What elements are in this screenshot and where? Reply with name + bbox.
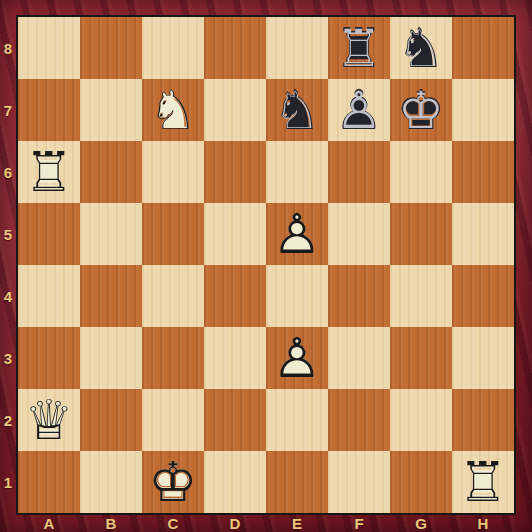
square-e3[interactable]: ♟♙	[266, 327, 328, 389]
piece-white-rook[interactable]: ♜♖	[452, 451, 514, 513]
rank-label-6: 6	[0, 141, 16, 203]
rank-label-2: 2	[0, 389, 16, 451]
rank-label-8: 8	[0, 17, 16, 79]
piece-white-queen[interactable]: ♛♕	[18, 389, 80, 451]
square-a2[interactable]: ♛♕	[18, 389, 80, 451]
file-label-c: C	[142, 515, 204, 532]
square-f4[interactable]	[328, 265, 390, 327]
square-g3[interactable]	[390, 327, 452, 389]
square-c5[interactable]	[142, 203, 204, 265]
square-d1[interactable]	[204, 451, 266, 513]
square-c4[interactable]	[142, 265, 204, 327]
file-label-d: D	[204, 515, 266, 532]
rank-label-1: 1	[0, 451, 16, 513]
square-h7[interactable]	[452, 79, 514, 141]
square-c1[interactable]: ♚♔	[142, 451, 204, 513]
square-d7[interactable]	[204, 79, 266, 141]
piece-white-knight[interactable]: ♞♘	[142, 79, 204, 141]
square-d8[interactable]	[204, 17, 266, 79]
square-e5[interactable]: ♟♙	[266, 203, 328, 265]
square-g5[interactable]	[390, 203, 452, 265]
square-g1[interactable]	[390, 451, 452, 513]
file-label-a: A	[18, 515, 80, 532]
piece-white-pawn[interactable]: ♟♙	[266, 327, 328, 389]
square-a7[interactable]	[18, 79, 80, 141]
square-h5[interactable]	[452, 203, 514, 265]
square-a3[interactable]	[18, 327, 80, 389]
square-d4[interactable]	[204, 265, 266, 327]
square-e4[interactable]	[266, 265, 328, 327]
file-label-f: F	[328, 515, 390, 532]
square-a1[interactable]	[18, 451, 80, 513]
square-h2[interactable]	[452, 389, 514, 451]
file-label-b: B	[80, 515, 142, 532]
square-c7[interactable]: ♞♘	[142, 79, 204, 141]
rank-label-4: 4	[0, 265, 16, 327]
square-g2[interactable]	[390, 389, 452, 451]
square-g8[interactable]: ♞♘	[390, 17, 452, 79]
square-e2[interactable]	[266, 389, 328, 451]
square-c8[interactable]	[142, 17, 204, 79]
piece-white-king[interactable]: ♚♔	[142, 451, 204, 513]
square-b3[interactable]	[80, 327, 142, 389]
square-h3[interactable]	[452, 327, 514, 389]
file-label-h: H	[452, 515, 514, 532]
square-b6[interactable]	[80, 141, 142, 203]
square-b2[interactable]	[80, 389, 142, 451]
square-c3[interactable]	[142, 327, 204, 389]
square-f3[interactable]	[328, 327, 390, 389]
board: ♜♖♞♘♞♘♞♘♟♙♚♔♜♖♟♙♟♙♛♕♚♔♜♖	[18, 17, 514, 513]
piece-black-knight[interactable]: ♞♘	[390, 17, 452, 79]
file-label-e: E	[266, 515, 328, 532]
square-d2[interactable]	[204, 389, 266, 451]
square-b4[interactable]	[80, 265, 142, 327]
piece-black-rook[interactable]: ♜♖	[328, 17, 390, 79]
square-h1[interactable]: ♜♖	[452, 451, 514, 513]
square-e8[interactable]	[266, 17, 328, 79]
square-c2[interactable]	[142, 389, 204, 451]
square-f5[interactable]	[328, 203, 390, 265]
board-frame: ♜♖♞♘♞♘♞♘♟♙♚♔♜♖♟♙♟♙♛♕♚♔♜♖	[16, 15, 516, 515]
square-d6[interactable]	[204, 141, 266, 203]
file-label-g: G	[390, 515, 452, 532]
square-a5[interactable]	[18, 203, 80, 265]
square-f2[interactable]	[328, 389, 390, 451]
square-b8[interactable]	[80, 17, 142, 79]
square-g4[interactable]	[390, 265, 452, 327]
square-f1[interactable]	[328, 451, 390, 513]
square-a8[interactable]	[18, 17, 80, 79]
square-a4[interactable]	[18, 265, 80, 327]
square-a6[interactable]: ♜♖	[18, 141, 80, 203]
rank-label-7: 7	[0, 79, 16, 141]
piece-white-pawn[interactable]: ♟♙	[266, 203, 328, 265]
piece-black-king[interactable]: ♚♔	[390, 79, 452, 141]
square-f7[interactable]: ♟♙	[328, 79, 390, 141]
piece-white-rook[interactable]: ♜♖	[18, 141, 80, 203]
square-b7[interactable]	[80, 79, 142, 141]
rank-label-5: 5	[0, 203, 16, 265]
square-g6[interactable]	[390, 141, 452, 203]
square-e7[interactable]: ♞♘	[266, 79, 328, 141]
square-d3[interactable]	[204, 327, 266, 389]
square-h4[interactable]	[452, 265, 514, 327]
square-h8[interactable]	[452, 17, 514, 79]
square-f6[interactable]	[328, 141, 390, 203]
square-d5[interactable]	[204, 203, 266, 265]
square-b1[interactable]	[80, 451, 142, 513]
square-f8[interactable]: ♜♖	[328, 17, 390, 79]
square-g7[interactable]: ♚♔	[390, 79, 452, 141]
square-b5[interactable]	[80, 203, 142, 265]
piece-black-knight[interactable]: ♞♘	[266, 79, 328, 141]
rank-label-3: 3	[0, 327, 16, 389]
piece-black-pawn[interactable]: ♟♙	[328, 79, 390, 141]
square-h6[interactable]	[452, 141, 514, 203]
square-c6[interactable]	[142, 141, 204, 203]
square-e1[interactable]	[266, 451, 328, 513]
square-e6[interactable]	[266, 141, 328, 203]
